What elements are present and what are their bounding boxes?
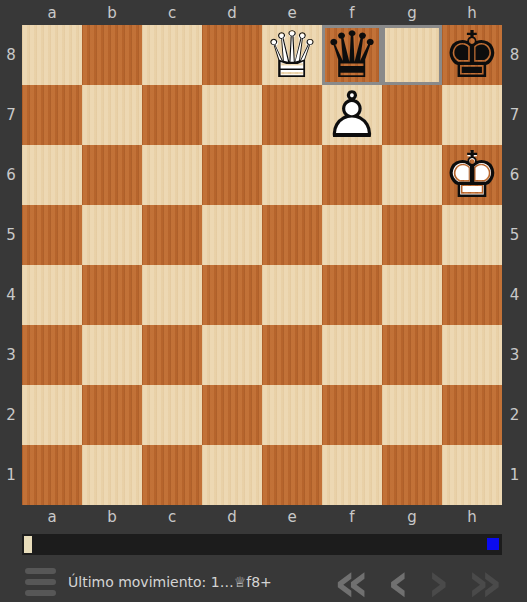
- game-progress-bar[interactable]: [22, 534, 502, 555]
- square-a2[interactable]: [22, 385, 82, 445]
- square-h7[interactable]: [442, 85, 502, 145]
- square-f8[interactable]: ♛: [322, 25, 382, 85]
- square-c5[interactable]: [142, 205, 202, 265]
- black-queen-glyph: ♛: [322, 25, 382, 85]
- black-king-piece: ♚: [442, 25, 502, 85]
- square-c1[interactable]: [142, 445, 202, 505]
- square-h8[interactable]: ♚: [442, 25, 502, 85]
- black-king-glyph: ♚: [442, 25, 502, 85]
- rank-label-7: 7: [502, 85, 527, 145]
- file-label-d: d: [202, 0, 262, 25]
- square-a6[interactable]: [22, 145, 82, 205]
- rank-label-7: 7: [0, 85, 22, 145]
- square-e2[interactable]: [262, 385, 322, 445]
- square-f6[interactable]: [322, 145, 382, 205]
- file-label-h: h: [442, 505, 502, 529]
- chess-app-window: abcdefgh 87654321 ♛♕♛♚♟♙♚♔ 87654321 abcd…: [0, 0, 527, 602]
- square-d8[interactable]: [202, 25, 262, 85]
- rank-label-6: 6: [502, 145, 527, 205]
- menu-button[interactable]: [25, 568, 56, 596]
- file-label-g: g: [382, 505, 442, 529]
- file-label-f: f: [322, 505, 382, 529]
- square-f7[interactable]: ♟♙: [322, 85, 382, 145]
- previous-move-button[interactable]: ‹: [387, 560, 410, 602]
- hamburger-icon: [25, 568, 56, 574]
- square-a5[interactable]: [22, 205, 82, 265]
- rank-label-8: 8: [0, 25, 22, 85]
- square-d2[interactable]: [202, 385, 262, 445]
- square-g5[interactable]: [382, 205, 442, 265]
- square-d5[interactable]: [202, 205, 262, 265]
- square-e8[interactable]: ♛♕: [262, 25, 322, 85]
- white-queen-piece: ♛♕: [262, 25, 322, 85]
- go-to-end-button[interactable]: »: [467, 560, 503, 602]
- square-c8[interactable]: [142, 25, 202, 85]
- hamburger-icon: [25, 590, 56, 596]
- square-e6[interactable]: [262, 145, 322, 205]
- rank-label-3: 3: [0, 325, 22, 385]
- chess-board: ♛♕♛♚♟♙♚♔: [22, 25, 502, 505]
- square-g6[interactable]: [382, 145, 442, 205]
- square-a4[interactable]: [22, 265, 82, 325]
- file-label-c: c: [142, 505, 202, 529]
- rank-label-8: 8: [502, 25, 527, 85]
- file-label-c: c: [142, 0, 202, 25]
- seek-handle[interactable]: [24, 536, 32, 553]
- square-g3[interactable]: [382, 325, 442, 385]
- square-h6[interactable]: ♚♔: [442, 145, 502, 205]
- square-b3[interactable]: [82, 325, 142, 385]
- square-d4[interactable]: [202, 265, 262, 325]
- square-h5[interactable]: [442, 205, 502, 265]
- square-c3[interactable]: [142, 325, 202, 385]
- square-b8[interactable]: [82, 25, 142, 85]
- rank-label-5: 5: [502, 205, 527, 265]
- square-f2[interactable]: [322, 385, 382, 445]
- square-e1[interactable]: [262, 445, 322, 505]
- file-label-a: a: [22, 505, 82, 529]
- white-queen-outline: ♕: [262, 25, 322, 85]
- current-position-marker: [487, 538, 499, 550]
- square-d1[interactable]: [202, 445, 262, 505]
- next-move-button[interactable]: ›: [427, 560, 450, 602]
- file-label-a: a: [22, 0, 82, 25]
- rank-label-1: 1: [502, 445, 527, 505]
- square-b1[interactable]: [82, 445, 142, 505]
- white-king-piece: ♚♔: [442, 145, 502, 205]
- rank-label-5: 5: [0, 205, 22, 265]
- rank-label-6: 6: [0, 145, 22, 205]
- rank-label-2: 2: [502, 385, 527, 445]
- square-b6[interactable]: [82, 145, 142, 205]
- rank-labels-right: 87654321: [502, 25, 527, 505]
- hamburger-icon: [25, 579, 56, 585]
- file-label-d: d: [202, 505, 262, 529]
- square-h3[interactable]: [442, 325, 502, 385]
- square-b2[interactable]: [82, 385, 142, 445]
- rank-label-1: 1: [0, 445, 22, 505]
- white-king-outline: ♔: [442, 145, 502, 205]
- control-bar: Último movimiento: 1…♕f8+ « ‹ › »: [0, 558, 527, 602]
- square-a8[interactable]: [22, 25, 82, 85]
- file-labels-bottom: abcdefgh: [22, 505, 502, 529]
- square-c4[interactable]: [142, 265, 202, 325]
- file-label-g: g: [382, 0, 442, 25]
- square-g8[interactable]: [382, 25, 442, 85]
- square-e5[interactable]: [262, 205, 322, 265]
- last-move-text: Último movimiento: 1…♕f8+: [68, 574, 272, 590]
- rank-labels-left: 87654321: [0, 25, 22, 505]
- square-c2[interactable]: [142, 385, 202, 445]
- square-g2[interactable]: [382, 385, 442, 445]
- file-label-e: e: [262, 505, 322, 529]
- file-label-b: b: [82, 505, 142, 529]
- square-g4[interactable]: [382, 265, 442, 325]
- square-f1[interactable]: [322, 445, 382, 505]
- white-pawn-outline: ♙: [322, 85, 382, 145]
- square-b5[interactable]: [82, 205, 142, 265]
- square-b7[interactable]: [82, 85, 142, 145]
- square-f3[interactable]: [322, 325, 382, 385]
- square-d7[interactable]: [202, 85, 262, 145]
- square-a7[interactable]: [22, 85, 82, 145]
- file-label-b: b: [82, 0, 142, 25]
- square-c7[interactable]: [142, 85, 202, 145]
- rank-label-3: 3: [502, 325, 527, 385]
- square-e7[interactable]: [262, 85, 322, 145]
- square-g1[interactable]: [382, 445, 442, 505]
- square-h2[interactable]: [442, 385, 502, 445]
- square-b4[interactable]: [82, 265, 142, 325]
- square-e3[interactable]: [262, 325, 322, 385]
- file-labels-top: abcdefgh: [22, 0, 502, 25]
- square-a1[interactable]: [22, 445, 82, 505]
- square-g7[interactable]: [382, 85, 442, 145]
- square-f4[interactable]: [322, 265, 382, 325]
- square-c6[interactable]: [142, 145, 202, 205]
- square-f5[interactable]: [322, 205, 382, 265]
- black-queen-piece: ♛: [322, 25, 382, 85]
- move-navigation: « ‹ › »: [333, 560, 503, 602]
- rank-label-4: 4: [0, 265, 22, 325]
- square-d6[interactable]: [202, 145, 262, 205]
- square-h1[interactable]: [442, 445, 502, 505]
- square-e4[interactable]: [262, 265, 322, 325]
- rank-label-2: 2: [0, 385, 22, 445]
- rank-label-4: 4: [502, 265, 527, 325]
- square-d3[interactable]: [202, 325, 262, 385]
- white-pawn-piece: ♟♙: [322, 85, 382, 145]
- go-to-start-button[interactable]: «: [333, 560, 369, 602]
- square-h4[interactable]: [442, 265, 502, 325]
- square-a3[interactable]: [22, 325, 82, 385]
